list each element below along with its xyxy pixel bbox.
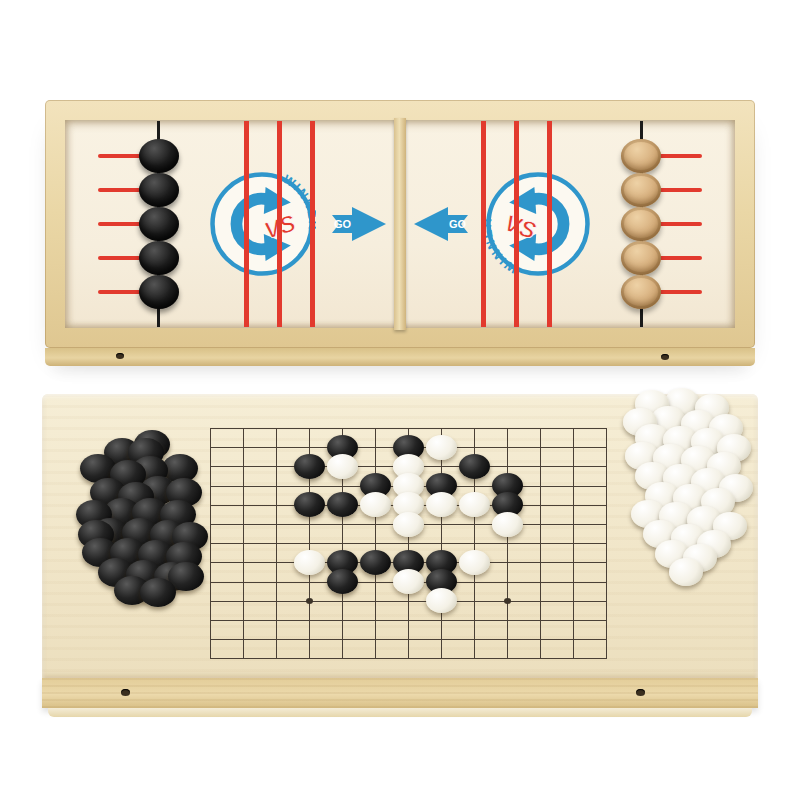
go-board-bottom-rail — [48, 708, 752, 717]
center-line-left — [310, 121, 315, 327]
center-line-left — [277, 121, 282, 327]
go-label: GO — [334, 218, 352, 230]
go-arrow-right: GO — [412, 204, 470, 244]
white-stone — [393, 569, 424, 594]
white-stone — [426, 435, 457, 460]
black-pile-stone — [140, 578, 176, 607]
white-stone — [327, 454, 358, 479]
black-stone — [327, 492, 358, 517]
grid-line-v — [540, 428, 541, 659]
center-line-right — [481, 121, 486, 327]
grid-line-v — [573, 428, 574, 659]
grid-line-h — [210, 639, 607, 640]
center-line-left — [244, 121, 249, 327]
white-stone — [294, 550, 325, 575]
winner-vs-logo-left: WINNER VS — [208, 170, 316, 278]
white-stone — [492, 512, 523, 537]
rail-hole — [116, 353, 124, 359]
white-stone — [426, 492, 457, 517]
black-puck — [139, 139, 179, 173]
black-puck — [139, 173, 179, 207]
black-stone — [360, 550, 391, 575]
go-grid — [210, 428, 607, 660]
star-point — [306, 598, 313, 604]
grid-line-v — [507, 428, 508, 659]
wood-puck — [621, 275, 661, 309]
white-stone — [426, 588, 457, 613]
go-label: GO — [449, 218, 467, 230]
grid-line-h — [210, 543, 607, 544]
black-puck — [139, 241, 179, 275]
grid-line-v — [441, 428, 442, 659]
go-arrow-left: GO — [330, 204, 388, 244]
white-stone — [459, 492, 490, 517]
grid-line-h — [210, 620, 607, 621]
white-stone — [459, 550, 490, 575]
white-pile-stone — [669, 558, 703, 586]
grid-line-v — [606, 428, 607, 659]
black-stone — [294, 454, 325, 479]
star-point — [504, 598, 511, 604]
wood-puck — [621, 241, 661, 275]
rail-hole — [661, 354, 669, 360]
white-stone — [393, 512, 424, 537]
winner-vs-logo-right: WINNER VS — [484, 170, 592, 278]
black-stone — [327, 569, 358, 594]
go-board-front-edge — [42, 678, 758, 708]
black-puck — [139, 207, 179, 241]
black-stone — [294, 492, 325, 517]
wood-puck — [621, 207, 661, 241]
black-stone — [459, 454, 490, 479]
white-stone — [360, 492, 391, 517]
wood-puck — [621, 139, 661, 173]
center-line-right — [514, 121, 519, 327]
rail-hole — [121, 689, 130, 696]
center-divider — [394, 118, 406, 330]
sling-puck-front-rail — [45, 348, 755, 366]
grid-line-h — [210, 601, 607, 602]
center-line-right — [547, 121, 552, 327]
product-photo: WINNER VS WINNER VS GO GO — [0, 0, 800, 800]
rail-hole — [636, 689, 645, 696]
wood-puck — [621, 173, 661, 207]
grid-line-h — [210, 658, 607, 659]
black-puck — [139, 275, 179, 309]
